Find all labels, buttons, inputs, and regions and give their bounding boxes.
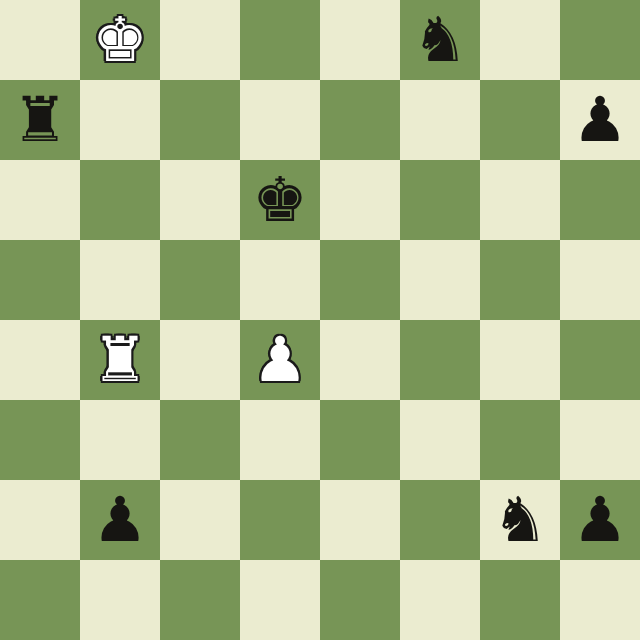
square-d3[interactable] bbox=[240, 400, 320, 480]
black-knight-piece[interactable]: ♞ bbox=[400, 0, 480, 80]
square-h7[interactable]: ♟ bbox=[560, 80, 640, 160]
square-c4[interactable] bbox=[160, 320, 240, 400]
square-f7[interactable] bbox=[400, 80, 480, 160]
square-h8[interactable] bbox=[560, 0, 640, 80]
square-c7[interactable] bbox=[160, 80, 240, 160]
square-d6[interactable]: ♚ bbox=[240, 160, 320, 240]
square-h1[interactable] bbox=[560, 560, 640, 640]
square-d7[interactable] bbox=[240, 80, 320, 160]
square-e2[interactable] bbox=[320, 480, 400, 560]
chess-board: ♚♞♜♟♚♜♟♟♞♟ bbox=[0, 0, 640, 640]
square-g1[interactable] bbox=[480, 560, 560, 640]
square-a5[interactable] bbox=[0, 240, 80, 320]
square-g2[interactable]: ♞ bbox=[480, 480, 560, 560]
square-c3[interactable] bbox=[160, 400, 240, 480]
white-pawn-piece[interactable]: ♟ bbox=[240, 320, 320, 400]
square-b3[interactable] bbox=[80, 400, 160, 480]
square-e8[interactable] bbox=[320, 0, 400, 80]
black-rook-piece[interactable]: ♜ bbox=[0, 80, 80, 160]
square-a3[interactable] bbox=[0, 400, 80, 480]
square-c5[interactable] bbox=[160, 240, 240, 320]
square-d1[interactable] bbox=[240, 560, 320, 640]
black-pawn-piece[interactable]: ♟ bbox=[80, 480, 160, 560]
square-a4[interactable] bbox=[0, 320, 80, 400]
square-e3[interactable] bbox=[320, 400, 400, 480]
white-rook-piece[interactable]: ♜ bbox=[80, 320, 160, 400]
square-f5[interactable] bbox=[400, 240, 480, 320]
black-pawn-piece[interactable]: ♟ bbox=[560, 80, 640, 160]
square-f2[interactable] bbox=[400, 480, 480, 560]
square-e1[interactable] bbox=[320, 560, 400, 640]
square-b6[interactable] bbox=[80, 160, 160, 240]
square-c1[interactable] bbox=[160, 560, 240, 640]
square-b1[interactable] bbox=[80, 560, 160, 640]
square-h3[interactable] bbox=[560, 400, 640, 480]
square-h4[interactable] bbox=[560, 320, 640, 400]
square-f8[interactable]: ♞ bbox=[400, 0, 480, 80]
square-a7[interactable]: ♜ bbox=[0, 80, 80, 160]
square-g6[interactable] bbox=[480, 160, 560, 240]
square-f4[interactable] bbox=[400, 320, 480, 400]
square-g5[interactable] bbox=[480, 240, 560, 320]
square-b7[interactable] bbox=[80, 80, 160, 160]
square-e5[interactable] bbox=[320, 240, 400, 320]
black-pawn-piece[interactable]: ♟ bbox=[560, 480, 640, 560]
square-c2[interactable] bbox=[160, 480, 240, 560]
square-b8[interactable]: ♚ bbox=[80, 0, 160, 80]
square-h6[interactable] bbox=[560, 160, 640, 240]
square-a6[interactable] bbox=[0, 160, 80, 240]
square-d5[interactable] bbox=[240, 240, 320, 320]
square-g8[interactable] bbox=[480, 0, 560, 80]
square-a2[interactable] bbox=[0, 480, 80, 560]
square-g4[interactable] bbox=[480, 320, 560, 400]
square-c6[interactable] bbox=[160, 160, 240, 240]
square-b5[interactable] bbox=[80, 240, 160, 320]
square-d8[interactable] bbox=[240, 0, 320, 80]
square-f3[interactable] bbox=[400, 400, 480, 480]
square-h5[interactable] bbox=[560, 240, 640, 320]
square-g7[interactable] bbox=[480, 80, 560, 160]
square-e6[interactable] bbox=[320, 160, 400, 240]
square-f6[interactable] bbox=[400, 160, 480, 240]
square-f1[interactable] bbox=[400, 560, 480, 640]
white-king-piece[interactable]: ♚ bbox=[80, 0, 160, 80]
square-a8[interactable] bbox=[0, 0, 80, 80]
square-a1[interactable] bbox=[0, 560, 80, 640]
chess-board-container: ♚♞♜♟♚♜♟♟♞♟ bbox=[0, 0, 640, 640]
black-knight-piece[interactable]: ♞ bbox=[480, 480, 560, 560]
square-b2[interactable]: ♟ bbox=[80, 480, 160, 560]
square-e7[interactable] bbox=[320, 80, 400, 160]
square-d4[interactable]: ♟ bbox=[240, 320, 320, 400]
square-h2[interactable]: ♟ bbox=[560, 480, 640, 560]
square-g3[interactable] bbox=[480, 400, 560, 480]
black-king-piece[interactable]: ♚ bbox=[240, 160, 320, 240]
square-d2[interactable] bbox=[240, 480, 320, 560]
square-b4[interactable]: ♜ bbox=[80, 320, 160, 400]
square-c8[interactable] bbox=[160, 0, 240, 80]
square-e4[interactable] bbox=[320, 320, 400, 400]
